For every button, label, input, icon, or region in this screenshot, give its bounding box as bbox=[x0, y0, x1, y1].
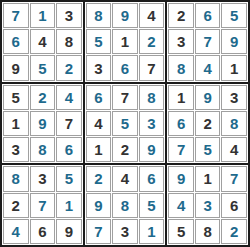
cell-r1c9[interactable]: 5 bbox=[221, 3, 247, 28]
cell-r1c4[interactable]: 8 bbox=[86, 3, 112, 28]
cell-r5c5[interactable]: 5 bbox=[112, 111, 138, 136]
box-8: 246985731 bbox=[85, 165, 166, 245]
cell-r1c1[interactable]: 7 bbox=[3, 3, 29, 28]
cell-r7c5[interactable]: 4 bbox=[112, 166, 138, 191]
cell-r4c7[interactable]: 1 bbox=[168, 85, 194, 110]
box-4: 524197386 bbox=[2, 84, 83, 164]
cell-r6c5[interactable]: 2 bbox=[112, 137, 138, 162]
cell-r4c2[interactable]: 2 bbox=[30, 85, 56, 110]
sudoku-board: 7136489528945123672653798415241973866784… bbox=[0, 0, 250, 247]
box-2: 894512367 bbox=[85, 2, 166, 82]
cell-r9c1[interactable]: 4 bbox=[3, 219, 29, 244]
cell-r9c9[interactable]: 2 bbox=[221, 219, 247, 244]
cell-r2c6[interactable]: 2 bbox=[139, 29, 165, 54]
cell-r9c8[interactable]: 8 bbox=[195, 219, 221, 244]
cell-r9c2[interactable]: 6 bbox=[30, 219, 56, 244]
cell-r4c9[interactable]: 3 bbox=[221, 85, 247, 110]
cell-r5c3[interactable]: 7 bbox=[56, 111, 82, 136]
cell-r9c7[interactable]: 5 bbox=[168, 219, 194, 244]
cell-r2c9[interactable]: 9 bbox=[221, 29, 247, 54]
cell-r8c6[interactable]: 5 bbox=[139, 193, 165, 218]
cell-r8c3[interactable]: 1 bbox=[56, 193, 82, 218]
cell-r3c8[interactable]: 4 bbox=[195, 55, 221, 80]
cell-r4c5[interactable]: 7 bbox=[112, 85, 138, 110]
cell-r8c4[interactable]: 9 bbox=[86, 193, 112, 218]
cell-r6c6[interactable]: 9 bbox=[139, 137, 165, 162]
cell-r7c6[interactable]: 6 bbox=[139, 166, 165, 191]
cell-r1c8[interactable]: 6 bbox=[195, 3, 221, 28]
cell-r3c3[interactable]: 2 bbox=[56, 55, 82, 80]
cell-r5c6[interactable]: 3 bbox=[139, 111, 165, 136]
cell-r3c7[interactable]: 8 bbox=[168, 55, 194, 80]
cell-r4c3[interactable]: 4 bbox=[56, 85, 82, 110]
cell-r8c1[interactable]: 2 bbox=[3, 193, 29, 218]
cell-r5c1[interactable]: 1 bbox=[3, 111, 29, 136]
cell-r8c7[interactable]: 4 bbox=[168, 193, 194, 218]
cell-r4c8[interactable]: 9 bbox=[195, 85, 221, 110]
box-5: 678453129 bbox=[85, 84, 166, 164]
cell-r5c9[interactable]: 8 bbox=[221, 111, 247, 136]
cell-r2c3[interactable]: 8 bbox=[56, 29, 82, 54]
cell-r7c9[interactable]: 7 bbox=[221, 166, 247, 191]
cell-r8c8[interactable]: 3 bbox=[195, 193, 221, 218]
cell-r9c3[interactable]: 9 bbox=[56, 219, 82, 244]
cell-r2c7[interactable]: 3 bbox=[168, 29, 194, 54]
cell-r5c8[interactable]: 2 bbox=[195, 111, 221, 136]
cell-r9c5[interactable]: 3 bbox=[112, 219, 138, 244]
cell-r7c8[interactable]: 1 bbox=[195, 166, 221, 191]
cell-r6c2[interactable]: 8 bbox=[30, 137, 56, 162]
cell-r2c1[interactable]: 6 bbox=[3, 29, 29, 54]
cell-r2c4[interactable]: 5 bbox=[86, 29, 112, 54]
cell-r6c4[interactable]: 1 bbox=[86, 137, 112, 162]
cell-r1c6[interactable]: 4 bbox=[139, 3, 165, 28]
cell-r5c7[interactable]: 6 bbox=[168, 111, 194, 136]
cell-r2c2[interactable]: 4 bbox=[30, 29, 56, 54]
cell-r3c6[interactable]: 7 bbox=[139, 55, 165, 80]
box-7: 835271469 bbox=[2, 165, 83, 245]
cell-r7c7[interactable]: 9 bbox=[168, 166, 194, 191]
cell-r5c4[interactable]: 4 bbox=[86, 111, 112, 136]
cell-r1c2[interactable]: 1 bbox=[30, 3, 56, 28]
box-1: 713648952 bbox=[2, 2, 83, 82]
cell-r3c5[interactable]: 6 bbox=[112, 55, 138, 80]
cell-r1c5[interactable]: 9 bbox=[112, 3, 138, 28]
cell-r9c6[interactable]: 1 bbox=[139, 219, 165, 244]
cell-r1c7[interactable]: 2 bbox=[168, 3, 194, 28]
cell-r6c3[interactable]: 6 bbox=[56, 137, 82, 162]
cell-r7c2[interactable]: 3 bbox=[30, 166, 56, 191]
cell-r3c9[interactable]: 1 bbox=[221, 55, 247, 80]
box-3: 265379841 bbox=[167, 2, 248, 82]
cell-r3c1[interactable]: 9 bbox=[3, 55, 29, 80]
cell-r6c9[interactable]: 4 bbox=[221, 137, 247, 162]
cell-r6c7[interactable]: 7 bbox=[168, 137, 194, 162]
cell-r2c8[interactable]: 7 bbox=[195, 29, 221, 54]
cell-r7c3[interactable]: 5 bbox=[56, 166, 82, 191]
cell-r2c5[interactable]: 1 bbox=[112, 29, 138, 54]
box-9: 917436582 bbox=[167, 165, 248, 245]
cell-r8c2[interactable]: 7 bbox=[30, 193, 56, 218]
cell-r5c2[interactable]: 9 bbox=[30, 111, 56, 136]
cell-r8c9[interactable]: 6 bbox=[221, 193, 247, 218]
cell-r7c4[interactable]: 2 bbox=[86, 166, 112, 191]
cell-r3c2[interactable]: 5 bbox=[30, 55, 56, 80]
cell-r6c1[interactable]: 3 bbox=[3, 137, 29, 162]
cell-r4c6[interactable]: 8 bbox=[139, 85, 165, 110]
cell-r8c5[interactable]: 8 bbox=[112, 193, 138, 218]
cell-r9c4[interactable]: 7 bbox=[86, 219, 112, 244]
cell-r7c1[interactable]: 8 bbox=[3, 166, 29, 191]
cell-r4c1[interactable]: 5 bbox=[3, 85, 29, 110]
cell-r6c8[interactable]: 5 bbox=[195, 137, 221, 162]
cell-r3c4[interactable]: 3 bbox=[86, 55, 112, 80]
box-6: 193628754 bbox=[167, 84, 248, 164]
cell-r1c3[interactable]: 3 bbox=[56, 3, 82, 28]
cell-r4c4[interactable]: 6 bbox=[86, 85, 112, 110]
